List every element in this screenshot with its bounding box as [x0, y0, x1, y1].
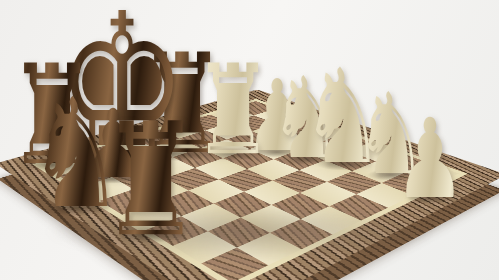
piece-white-pawn-h2: ♟	[394, 104, 465, 214]
piece-layer: ♟♜♜♚♞♞♜♞♟♟♞♜	[0, 0, 499, 280]
piece-black-rook-c4: ♜	[101, 102, 202, 258]
scene: ♟♜♜♚♞♞♜♞♟♟♞♜	[0, 0, 499, 280]
piece-white-rook-d3: ♜	[193, 48, 273, 172]
